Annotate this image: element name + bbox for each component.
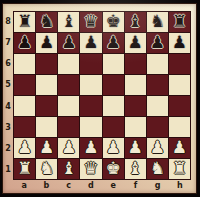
file-label-d: d	[80, 178, 102, 192]
piece-white-king[interactable]: ♚	[105, 160, 120, 177]
square-e8[interactable]: ♚	[103, 12, 124, 32]
piece-black-bishop[interactable]: ♝	[61, 13, 76, 30]
piece-black-pawn[interactable]: ♟	[105, 34, 120, 51]
square-c1[interactable]: ♝	[58, 159, 79, 179]
square-h6[interactable]	[169, 54, 190, 74]
piece-white-bishop[interactable]: ♝	[61, 160, 76, 177]
piece-black-pawn[interactable]: ♟	[83, 34, 98, 51]
piece-black-bishop[interactable]: ♝	[128, 13, 143, 30]
square-f6[interactable]	[125, 54, 146, 74]
square-h7[interactable]: ♟	[169, 33, 190, 53]
square-a1[interactable]: ♜	[14, 159, 35, 179]
rank-label-4: 4	[3, 96, 13, 117]
rank-label-2: 2	[3, 138, 13, 159]
piece-black-rook[interactable]: ♜	[172, 13, 187, 30]
square-f2[interactable]: ♟	[125, 138, 146, 158]
square-f4[interactable]	[125, 96, 146, 116]
square-b5[interactable]	[36, 75, 57, 95]
piece-white-bishop[interactable]: ♝	[128, 160, 143, 177]
piece-white-queen[interactable]: ♛	[83, 160, 98, 177]
piece-white-knight[interactable]: ♞	[150, 160, 165, 177]
file-label-a: a	[13, 178, 35, 192]
rank-label-6: 6	[3, 53, 13, 74]
piece-black-pawn[interactable]: ♟	[150, 34, 165, 51]
square-e7[interactable]: ♟	[103, 33, 124, 53]
square-b4[interactable]	[36, 96, 57, 116]
piece-white-pawn[interactable]: ♟	[150, 139, 165, 156]
piece-black-pawn[interactable]: ♟	[61, 34, 76, 51]
square-f8[interactable]: ♝	[125, 12, 146, 32]
square-f1[interactable]: ♝	[125, 159, 146, 179]
square-d6[interactable]	[80, 54, 101, 74]
square-b2[interactable]: ♟	[36, 138, 57, 158]
piece-white-pawn[interactable]: ♟	[17, 139, 32, 156]
square-c5[interactable]	[58, 75, 79, 95]
square-b7[interactable]: ♟	[36, 33, 57, 53]
square-h8[interactable]: ♜	[169, 12, 190, 32]
piece-black-pawn[interactable]: ♟	[17, 34, 32, 51]
file-label-c: c	[58, 178, 80, 192]
square-a4[interactable]	[14, 96, 35, 116]
square-g8[interactable]: ♞	[147, 12, 168, 32]
file-label-b: b	[35, 178, 57, 192]
square-h5[interactable]	[169, 75, 190, 95]
square-g7[interactable]: ♟	[147, 33, 168, 53]
file-labels: abcdefgh	[13, 178, 191, 192]
piece-white-pawn[interactable]: ♟	[61, 139, 76, 156]
square-c4[interactable]	[58, 96, 79, 116]
rank-labels: 87654321	[3, 11, 13, 180]
square-a8[interactable]: ♜	[14, 12, 35, 32]
square-d7[interactable]: ♟	[80, 33, 101, 53]
rank-label-8: 8	[3, 11, 13, 32]
chessboard-photo: 87654321 abcdefgh ♜♞♝♛♚♝♞♜♟♟♟♟♟♟♟♟♟♟♟♟♟♟…	[0, 0, 200, 197]
square-d4[interactable]	[80, 96, 101, 116]
square-e5[interactable]	[103, 75, 124, 95]
square-e3[interactable]	[103, 117, 124, 137]
square-c6[interactable]	[58, 54, 79, 74]
piece-white-rook[interactable]: ♜	[172, 160, 187, 177]
piece-white-pawn[interactable]: ♟	[172, 139, 187, 156]
square-c3[interactable]	[58, 117, 79, 137]
square-d2[interactable]: ♟	[80, 138, 101, 158]
square-f3[interactable]	[125, 117, 146, 137]
square-g1[interactable]: ♞	[147, 159, 168, 179]
square-g6[interactable]	[147, 54, 168, 74]
square-g3[interactable]	[147, 117, 168, 137]
rank-label-5: 5	[3, 74, 13, 95]
square-a2[interactable]: ♟	[14, 138, 35, 158]
square-g5[interactable]	[147, 75, 168, 95]
square-b3[interactable]	[36, 117, 57, 137]
square-a3[interactable]	[14, 117, 35, 137]
square-d3[interactable]	[80, 117, 101, 137]
square-e1[interactable]: ♚	[103, 159, 124, 179]
rank-label-1: 1	[3, 159, 13, 180]
square-a7[interactable]: ♟	[14, 33, 35, 53]
square-f7[interactable]: ♟	[125, 33, 146, 53]
square-c2[interactable]: ♟	[58, 138, 79, 158]
square-b1[interactable]: ♞	[36, 159, 57, 179]
square-e6[interactable]	[103, 54, 124, 74]
square-d8[interactable]: ♛	[80, 12, 101, 32]
file-label-h: h	[169, 178, 191, 192]
square-h4[interactable]	[169, 96, 190, 116]
piece-black-pawn[interactable]: ♟	[128, 34, 143, 51]
chess-grid: ♜♞♝♛♚♝♞♜♟♟♟♟♟♟♟♟♟♟♟♟♟♟♟♟♜♞♝♛♚♝♞♜	[13, 11, 191, 180]
piece-white-pawn[interactable]: ♟	[39, 139, 54, 156]
square-b8[interactable]: ♞	[36, 12, 57, 32]
square-e2[interactable]: ♟	[103, 138, 124, 158]
square-b6[interactable]	[36, 54, 57, 74]
square-a5[interactable]	[14, 75, 35, 95]
square-h3[interactable]	[169, 117, 190, 137]
square-g4[interactable]	[147, 96, 168, 116]
square-h1[interactable]: ♜	[169, 159, 190, 179]
rank-label-3: 3	[3, 117, 13, 138]
piece-black-king[interactable]: ♚	[105, 13, 120, 30]
square-h2[interactable]: ♟	[169, 138, 190, 158]
piece-black-knight[interactable]: ♞	[39, 13, 54, 30]
piece-white-pawn[interactable]: ♟	[105, 139, 120, 156]
square-f5[interactable]	[125, 75, 146, 95]
square-g2[interactable]: ♟	[147, 138, 168, 158]
piece-white-rook[interactable]: ♜	[17, 160, 32, 177]
square-a6[interactable]	[14, 54, 35, 74]
piece-black-pawn[interactable]: ♟	[39, 34, 54, 51]
square-d1[interactable]: ♛	[80, 159, 101, 179]
square-d5[interactable]	[80, 75, 101, 95]
piece-black-rook[interactable]: ♜	[17, 13, 32, 30]
rank-label-7: 7	[3, 32, 13, 53]
file-label-e: e	[102, 178, 124, 192]
piece-black-pawn[interactable]: ♟	[172, 34, 187, 51]
square-e4[interactable]	[103, 96, 124, 116]
piece-black-queen[interactable]: ♛	[83, 13, 98, 30]
board-frame: 87654321 abcdefgh ♜♞♝♛♚♝♞♜♟♟♟♟♟♟♟♟♟♟♟♟♟♟…	[2, 3, 197, 194]
piece-black-knight[interactable]: ♞	[150, 13, 165, 30]
piece-white-pawn[interactable]: ♟	[128, 139, 143, 156]
piece-white-pawn[interactable]: ♟	[83, 139, 98, 156]
square-c8[interactable]: ♝	[58, 12, 79, 32]
file-label-g: g	[147, 178, 169, 192]
file-label-f: f	[124, 178, 146, 192]
square-c7[interactable]: ♟	[58, 33, 79, 53]
piece-white-knight[interactable]: ♞	[39, 160, 54, 177]
